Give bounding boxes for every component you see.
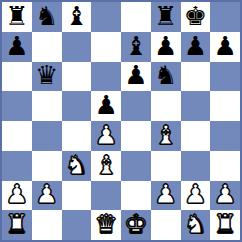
square-b1[interactable] <box>32 210 62 240</box>
square-e7[interactable]: ♝ <box>121 32 151 62</box>
square-d3[interactable]: ♝ <box>91 151 121 181</box>
square-h4[interactable] <box>210 121 240 151</box>
square-a4[interactable] <box>2 121 32 151</box>
square-e6[interactable]: ♟ <box>121 62 151 92</box>
black-king[interactable]: ♚ <box>184 3 207 29</box>
square-c7[interactable] <box>62 32 92 62</box>
black-pawn[interactable]: ♟ <box>184 33 207 59</box>
white-bishop[interactable]: ♝ <box>94 152 117 178</box>
square-b6[interactable]: ♛ <box>32 62 62 92</box>
square-a3[interactable] <box>2 151 32 181</box>
black-pawn[interactable]: ♟ <box>213 33 236 59</box>
square-e3[interactable] <box>121 151 151 181</box>
square-h3[interactable] <box>210 151 240 181</box>
white-knight[interactable]: ♞ <box>184 211 207 237</box>
square-d6[interactable] <box>91 62 121 92</box>
square-b8[interactable]: ♞ <box>32 2 62 32</box>
white-pawn[interactable]: ♟ <box>213 181 236 207</box>
chess-board: ♜♞♝♜♚♟♝♟♟♟♛♟♞♟♟♝♞♝♟♟♟♟♟♜♛♚♞♜ <box>0 0 242 242</box>
square-b7[interactable] <box>32 32 62 62</box>
square-c5[interactable] <box>62 91 92 121</box>
square-f7[interactable]: ♟ <box>151 32 181 62</box>
square-c3[interactable]: ♞ <box>62 151 92 181</box>
white-pawn[interactable]: ♟ <box>184 181 207 207</box>
square-h1[interactable]: ♜ <box>210 210 240 240</box>
square-f1[interactable] <box>151 210 181 240</box>
square-c6[interactable] <box>62 62 92 92</box>
square-d8[interactable] <box>91 2 121 32</box>
black-pawn[interactable]: ♟ <box>94 92 117 118</box>
square-d4[interactable]: ♟ <box>91 121 121 151</box>
black-bishop[interactable]: ♝ <box>65 3 88 29</box>
white-pawn[interactable]: ♟ <box>5 181 28 207</box>
white-rook[interactable]: ♜ <box>5 211 28 237</box>
square-f3[interactable] <box>151 151 181 181</box>
square-g1[interactable]: ♞ <box>181 210 211 240</box>
square-a6[interactable] <box>2 62 32 92</box>
black-knight[interactable]: ♞ <box>35 3 58 29</box>
square-c8[interactable]: ♝ <box>62 2 92 32</box>
square-a5[interactable] <box>2 91 32 121</box>
square-a1[interactable]: ♜ <box>2 210 32 240</box>
square-b2[interactable]: ♟ <box>32 181 62 211</box>
black-pawn[interactable]: ♟ <box>5 33 28 59</box>
square-c2[interactable] <box>62 181 92 211</box>
square-b5[interactable] <box>32 91 62 121</box>
black-pawn[interactable]: ♟ <box>154 33 177 59</box>
square-d1[interactable]: ♛ <box>91 210 121 240</box>
square-c1[interactable] <box>62 210 92 240</box>
square-d2[interactable] <box>91 181 121 211</box>
square-d5[interactable]: ♟ <box>91 91 121 121</box>
white-king[interactable]: ♚ <box>124 211 147 237</box>
square-b4[interactable] <box>32 121 62 151</box>
square-g5[interactable] <box>181 91 211 121</box>
square-g8[interactable]: ♚ <box>181 2 211 32</box>
square-h5[interactable] <box>210 91 240 121</box>
black-bishop[interactable]: ♝ <box>124 33 147 59</box>
square-g3[interactable] <box>181 151 211 181</box>
black-pawn[interactable]: ♟ <box>124 62 147 88</box>
square-f5[interactable] <box>151 91 181 121</box>
black-knight[interactable]: ♞ <box>154 62 177 88</box>
square-e2[interactable] <box>121 181 151 211</box>
square-d7[interactable] <box>91 32 121 62</box>
square-e5[interactable] <box>121 91 151 121</box>
white-queen[interactable]: ♛ <box>94 211 117 237</box>
square-h6[interactable] <box>210 62 240 92</box>
square-e8[interactable] <box>121 2 151 32</box>
square-g2[interactable]: ♟ <box>181 181 211 211</box>
square-a2[interactable]: ♟ <box>2 181 32 211</box>
white-rook[interactable]: ♜ <box>213 211 236 237</box>
square-h2[interactable]: ♟ <box>210 181 240 211</box>
white-knight[interactable]: ♞ <box>65 152 88 178</box>
square-g6[interactable] <box>181 62 211 92</box>
square-f2[interactable]: ♟ <box>151 181 181 211</box>
square-e4[interactable] <box>121 121 151 151</box>
square-e1[interactable]: ♚ <box>121 210 151 240</box>
white-pawn[interactable]: ♟ <box>94 122 117 148</box>
square-f8[interactable]: ♜ <box>151 2 181 32</box>
square-h7[interactable]: ♟ <box>210 32 240 62</box>
square-b3[interactable] <box>32 151 62 181</box>
square-f6[interactable]: ♞ <box>151 62 181 92</box>
white-pawn[interactable]: ♟ <box>35 181 58 207</box>
black-rook[interactable]: ♜ <box>5 3 28 29</box>
chess-board-container: ♜♞♝♜♚♟♝♟♟♟♛♟♞♟♟♝♞♝♟♟♟♟♟♜♛♚♞♜ <box>0 0 242 242</box>
square-g7[interactable]: ♟ <box>181 32 211 62</box>
square-h8[interactable] <box>210 2 240 32</box>
square-a7[interactable]: ♟ <box>2 32 32 62</box>
square-g4[interactable] <box>181 121 211 151</box>
white-pawn[interactable]: ♟ <box>154 181 177 207</box>
black-queen[interactable]: ♛ <box>35 62 58 88</box>
square-a8[interactable]: ♜ <box>2 2 32 32</box>
black-rook[interactable]: ♜ <box>154 3 177 29</box>
square-c4[interactable] <box>62 121 92 151</box>
white-bishop[interactable]: ♝ <box>154 122 177 148</box>
square-f4[interactable]: ♝ <box>151 121 181 151</box>
